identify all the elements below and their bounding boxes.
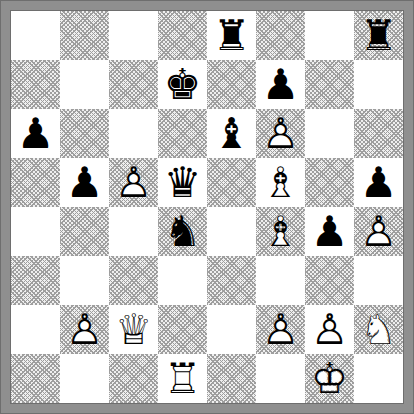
black-queen-piece: ♛ [164, 162, 202, 204]
square-h8[interactable]: ♜ [354, 11, 403, 60]
square-a6[interactable]: ♟ [11, 109, 60, 158]
square-c1[interactable] [109, 354, 158, 403]
white-pawn-piece: ♟♙ [262, 309, 300, 351]
white-king-piece: ♚♔ [311, 358, 349, 400]
square-g3[interactable] [305, 256, 354, 305]
square-a8[interactable] [11, 11, 60, 60]
black-pawn-piece: ♟ [360, 162, 398, 204]
square-e8[interactable]: ♜ [207, 11, 256, 60]
square-b3[interactable] [60, 256, 109, 305]
white-pawn-piece: ♟♙ [115, 162, 153, 204]
white-knight-piece: ♞♘ [360, 309, 398, 351]
black-knight-piece: ♞ [164, 211, 202, 253]
square-b6[interactable] [60, 109, 109, 158]
square-c3[interactable] [109, 256, 158, 305]
black-pawn-piece: ♟ [311, 211, 349, 253]
square-b7[interactable] [60, 60, 109, 109]
chess-board-frame: ♜♜♚♟♟♝♟♙♟♟♙♛♝♗♟♞♝♗♟♟♙♟♙♛♕♟♙♟♙♞♘♜♖♚♔ [0, 0, 414, 414]
black-bishop-piece: ♝ [213, 113, 251, 155]
square-h2[interactable]: ♞♘ [354, 305, 403, 354]
black-pawn-piece: ♟ [66, 162, 104, 204]
square-f1[interactable] [256, 354, 305, 403]
white-rook-piece: ♜♖ [164, 358, 202, 400]
white-pawn-piece: ♟♙ [311, 309, 349, 351]
square-f3[interactable] [256, 256, 305, 305]
square-b5[interactable]: ♟ [60, 158, 109, 207]
square-b8[interactable] [60, 11, 109, 60]
square-b4[interactable] [60, 207, 109, 256]
chess-board: ♜♜♚♟♟♝♟♙♟♟♙♛♝♗♟♞♝♗♟♟♙♟♙♛♕♟♙♟♙♞♘♜♖♚♔ [10, 10, 404, 404]
black-pawn-piece: ♟ [262, 64, 300, 106]
black-rook-piece: ♜ [360, 15, 398, 57]
square-f2[interactable]: ♟♙ [256, 305, 305, 354]
square-b2[interactable]: ♟♙ [60, 305, 109, 354]
square-d3[interactable] [158, 256, 207, 305]
square-e3[interactable] [207, 256, 256, 305]
square-a4[interactable] [11, 207, 60, 256]
square-h1[interactable] [354, 354, 403, 403]
square-f4[interactable]: ♝♗ [256, 207, 305, 256]
square-g2[interactable]: ♟♙ [305, 305, 354, 354]
square-c8[interactable] [109, 11, 158, 60]
white-queen-piece: ♛♕ [115, 309, 153, 351]
square-f8[interactable] [256, 11, 305, 60]
square-g1[interactable]: ♚♔ [305, 354, 354, 403]
square-h3[interactable] [354, 256, 403, 305]
square-h6[interactable] [354, 109, 403, 158]
square-h7[interactable] [354, 60, 403, 109]
square-a7[interactable] [11, 60, 60, 109]
square-g6[interactable] [305, 109, 354, 158]
white-pawn-piece: ♟♙ [360, 211, 398, 253]
square-d5[interactable]: ♛ [158, 158, 207, 207]
square-g4[interactable]: ♟ [305, 207, 354, 256]
black-pawn-piece: ♟ [17, 113, 55, 155]
square-g5[interactable] [305, 158, 354, 207]
square-f7[interactable]: ♟ [256, 60, 305, 109]
square-a5[interactable] [11, 158, 60, 207]
square-d4[interactable]: ♞ [158, 207, 207, 256]
square-c6[interactable] [109, 109, 158, 158]
black-rook-piece: ♜ [213, 15, 251, 57]
square-a2[interactable] [11, 305, 60, 354]
square-d7[interactable]: ♚ [158, 60, 207, 109]
square-c2[interactable]: ♛♕ [109, 305, 158, 354]
square-e2[interactable] [207, 305, 256, 354]
white-pawn-piece: ♟♙ [262, 113, 300, 155]
square-c4[interactable] [109, 207, 158, 256]
square-g7[interactable] [305, 60, 354, 109]
square-e6[interactable]: ♝ [207, 109, 256, 158]
square-d6[interactable] [158, 109, 207, 158]
black-king-piece: ♚ [164, 64, 202, 106]
square-b1[interactable] [60, 354, 109, 403]
square-e1[interactable] [207, 354, 256, 403]
white-bishop-piece: ♝♗ [262, 211, 300, 253]
square-e4[interactable] [207, 207, 256, 256]
square-c7[interactable] [109, 60, 158, 109]
square-e5[interactable] [207, 158, 256, 207]
square-d2[interactable] [158, 305, 207, 354]
square-c5[interactable]: ♟♙ [109, 158, 158, 207]
square-e7[interactable] [207, 60, 256, 109]
square-h5[interactable]: ♟ [354, 158, 403, 207]
square-d1[interactable]: ♜♖ [158, 354, 207, 403]
square-f6[interactable]: ♟♙ [256, 109, 305, 158]
white-bishop-piece: ♝♗ [262, 162, 300, 204]
square-a1[interactable] [11, 354, 60, 403]
square-a3[interactable] [11, 256, 60, 305]
white-pawn-piece: ♟♙ [66, 309, 104, 351]
square-f5[interactable]: ♝♗ [256, 158, 305, 207]
square-g8[interactable] [305, 11, 354, 60]
square-h4[interactable]: ♟♙ [354, 207, 403, 256]
square-d8[interactable] [158, 11, 207, 60]
